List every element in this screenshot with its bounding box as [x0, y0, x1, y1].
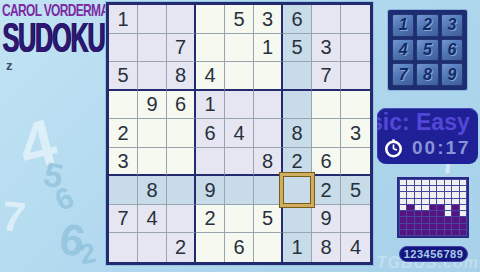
histogram-cell: [407, 199, 413, 204]
logo-title-text: SUDOKU: [2, 18, 66, 57]
histogram-cell: [445, 180, 451, 185]
sudoku-cell[interactable]: 6: [167, 91, 196, 120]
status-panel: sic: Easy 00:17: [377, 108, 478, 164]
sudoku-cell[interactable]: [138, 119, 167, 148]
sudoku-cell[interactable]: 6: [196, 119, 225, 148]
sudoku-cell[interactable]: 1: [109, 5, 138, 34]
histogram-cell: [415, 205, 421, 210]
sudoku-cell[interactable]: 1: [196, 91, 225, 120]
cursor-cell[interactable]: [283, 176, 312, 205]
keypad-button-7[interactable]: 7: [392, 63, 414, 86]
sudoku-cell[interactable]: [138, 62, 167, 91]
difficulty-label: sic: Easy: [377, 109, 470, 136]
histogram-cell: [437, 192, 443, 197]
histogram-cell: [430, 186, 436, 191]
sudoku-cell[interactable]: 4: [341, 233, 370, 262]
histogram-cell: [430, 224, 436, 229]
sudoku-cell[interactable]: 5: [283, 34, 312, 63]
sudoku-cell[interactable]: 8: [167, 62, 196, 91]
sudoku-cell[interactable]: [138, 233, 167, 262]
histogram-cell: [445, 192, 451, 197]
sudoku-cell[interactable]: 9: [196, 176, 225, 205]
keypad-button-9[interactable]: 9: [441, 63, 463, 86]
sudoku-cell[interactable]: [254, 176, 283, 205]
histogram-cell: [452, 199, 458, 204]
keypad-button-3[interactable]: 3: [441, 14, 463, 37]
sudoku-cell[interactable]: [138, 148, 167, 177]
sudoku-cell[interactable]: [341, 148, 370, 177]
sudoku-cell[interactable]: 8: [312, 233, 341, 262]
sudoku-cell[interactable]: [254, 62, 283, 91]
histogram-cell: [437, 211, 443, 216]
histogram-digit-labels: 123456789: [399, 246, 468, 262]
sudoku-cell[interactable]: 4: [225, 119, 254, 148]
histogram-cell: [415, 217, 421, 222]
sudoku-cell[interactable]: [109, 34, 138, 63]
number-keypad: 123456789: [387, 9, 468, 91]
sudoku-cell[interactable]: 7: [312, 62, 341, 91]
histogram-cell: [407, 180, 413, 185]
sudoku-cell[interactable]: [167, 119, 196, 148]
histogram-cell: [407, 217, 413, 222]
histogram-cell: [460, 205, 466, 210]
sudoku-cell[interactable]: 5: [109, 62, 138, 91]
sudoku-cell[interactable]: 1: [254, 34, 283, 63]
histogram-cell: [415, 230, 421, 235]
histogram-cell: [415, 180, 421, 185]
sudoku-cell[interactable]: 4: [138, 205, 167, 234]
sudoku-cell[interactable]: [283, 205, 312, 234]
sudoku-cell[interactable]: 8: [283, 119, 312, 148]
histogram-cell: [445, 199, 451, 204]
histogram-cell: [452, 230, 458, 235]
histogram-cell: [437, 199, 443, 204]
histogram-cell: [460, 224, 466, 229]
histogram-cell: [437, 217, 443, 222]
histogram-cell: [400, 192, 406, 197]
histogram-cell: [452, 217, 458, 222]
histogram-cell: [422, 199, 428, 204]
histogram-cell: [415, 224, 421, 229]
sudoku-cell[interactable]: [254, 233, 283, 262]
histogram-cell: [415, 186, 421, 191]
sudoku-cell[interactable]: 6: [225, 233, 254, 262]
game-screen: 45676297 CAROL VORDERMAN'S SUDOKU z 1536…: [0, 0, 480, 272]
histogram-cell: [407, 192, 413, 197]
histogram-cell: [445, 224, 451, 229]
histogram-cell: [400, 180, 406, 185]
sudoku-cell[interactable]: [341, 34, 370, 63]
sudoku-cell[interactable]: 4: [196, 62, 225, 91]
histogram-cell: [422, 186, 428, 191]
sudoku-cell[interactable]: 1: [283, 233, 312, 262]
sudoku-cell[interactable]: 9: [138, 91, 167, 120]
sudoku-cell[interactable]: [109, 91, 138, 120]
sudoku-cell[interactable]: [109, 233, 138, 262]
sudoku-cell[interactable]: [312, 119, 341, 148]
sudoku-cell[interactable]: [196, 34, 225, 63]
sudoku-cell[interactable]: 5: [341, 176, 370, 205]
sudoku-cell[interactable]: [167, 5, 196, 34]
background-digit-watermark: 2: [77, 239, 98, 270]
sudoku-cell[interactable]: [341, 91, 370, 120]
histogram-cell: [460, 180, 466, 185]
sudoku-cell[interactable]: 6: [312, 148, 341, 177]
histogram-cell: [430, 211, 436, 216]
sudoku-cell[interactable]: [167, 176, 196, 205]
keypad-button-8[interactable]: 8: [416, 63, 438, 86]
histogram-cell: [422, 224, 428, 229]
histogram-cell: [400, 199, 406, 204]
histogram-cell: [437, 180, 443, 185]
sudoku-cell[interactable]: [283, 91, 312, 120]
sudoku-cell[interactable]: [138, 34, 167, 63]
sudoku-cell[interactable]: [225, 148, 254, 177]
histogram-cell: [422, 192, 428, 197]
histogram-cell: [400, 230, 406, 235]
keypad-button-4[interactable]: 4: [392, 39, 414, 62]
histogram-cell: [460, 192, 466, 197]
sudoku-cell[interactable]: [167, 205, 196, 234]
histogram-cell: [407, 230, 413, 235]
histogram-cell: [452, 224, 458, 229]
histogram-cell: [407, 211, 413, 216]
sudoku-cell[interactable]: 7: [167, 34, 196, 63]
histogram-cell: [445, 205, 451, 210]
histogram-cell: [400, 186, 406, 191]
background-digit-watermark: 6: [51, 182, 78, 216]
sudoku-cell[interactable]: 3: [312, 34, 341, 63]
clock-icon: [384, 139, 403, 158]
sleep-indicator: z: [6, 58, 13, 73]
histogram-cell: [430, 230, 436, 235]
histogram-cell: [430, 180, 436, 185]
sudoku-cell[interactable]: 2: [283, 148, 312, 177]
histogram-cell: [407, 224, 413, 229]
histogram-cell: [430, 192, 436, 197]
keypad-button-1[interactable]: 1: [392, 14, 414, 37]
histogram-cell: [430, 217, 436, 222]
histogram-cell: [460, 186, 466, 191]
sudoku-cell[interactable]: [225, 176, 254, 205]
sudoku-cell[interactable]: [254, 119, 283, 148]
sudoku-cell[interactable]: 2: [109, 119, 138, 148]
digit-histogram: [397, 177, 469, 238]
keypad-button-5[interactable]: 5: [416, 39, 438, 62]
histogram-cell: [452, 205, 458, 210]
histogram-cell: [407, 205, 413, 210]
histogram-cell: [445, 217, 451, 222]
background-digit-watermark: 7: [0, 195, 27, 239]
histogram-cell: [415, 211, 421, 216]
sudoku-cell[interactable]: 5: [225, 5, 254, 34]
histogram-cell: [452, 186, 458, 191]
keypad-button-2[interactable]: 2: [416, 14, 438, 37]
histogram-cell: [460, 199, 466, 204]
sudoku-cell[interactable]: 3: [109, 148, 138, 177]
sudoku-cell[interactable]: 3: [254, 5, 283, 34]
histogram-cell: [437, 205, 443, 210]
sudoku-cell[interactable]: [196, 148, 225, 177]
histogram-cell: [437, 230, 443, 235]
histogram-cell: [422, 205, 428, 210]
sudoku-cell[interactable]: [341, 62, 370, 91]
sudoku-cell[interactable]: [196, 233, 225, 262]
elapsed-time: 00:17: [412, 137, 471, 159]
histogram-cell: [445, 186, 451, 191]
histogram-cell: [445, 230, 451, 235]
histogram-cell: [422, 180, 428, 185]
sudoku-cell[interactable]: 3: [341, 119, 370, 148]
game-logo: CAROL VORDERMAN'S SUDOKU: [2, 1, 108, 57]
histogram-cell: [422, 211, 428, 216]
histogram-cell: [430, 199, 436, 204]
sudoku-cell[interactable]: 2: [167, 233, 196, 262]
sudoku-cell[interactable]: 5: [254, 205, 283, 234]
sudoku-cell[interactable]: [225, 205, 254, 234]
histogram-cell: [415, 199, 421, 204]
sudoku-cell[interactable]: 2: [312, 176, 341, 205]
histogram-cell: [407, 186, 413, 191]
sudoku-cell[interactable]: [109, 176, 138, 205]
sudoku-cell[interactable]: [254, 91, 283, 120]
histogram-cell: [400, 217, 406, 222]
sudoku-cell[interactable]: [312, 91, 341, 120]
sudoku-cell[interactable]: [312, 5, 341, 34]
sudoku-cell[interactable]: [138, 5, 167, 34]
sudoku-cell[interactable]: 7: [109, 205, 138, 234]
histogram-cell: [460, 211, 466, 216]
histogram-cell: [445, 211, 451, 216]
histogram-cell: [400, 205, 406, 210]
histogram-cell: [400, 211, 406, 216]
sudoku-cell[interactable]: [341, 5, 370, 34]
histogram-cell: [460, 217, 466, 222]
sudoku-cell[interactable]: [167, 148, 196, 177]
sudoku-cell[interactable]: 8: [138, 176, 167, 205]
histogram-cell: [430, 205, 436, 210]
histogram-cell: [422, 217, 428, 222]
histogram-cell: [437, 224, 443, 229]
histogram-cell: [415, 192, 421, 197]
sudoku-cell[interactable]: [283, 62, 312, 91]
histogram-cell: [400, 224, 406, 229]
sudoku-cell[interactable]: [196, 5, 225, 34]
keypad-button-6[interactable]: 6: [441, 39, 463, 62]
sudoku-cell[interactable]: 9: [312, 205, 341, 234]
histogram-cell: [452, 180, 458, 185]
sudoku-board: 15367153584796126483382689257425926184: [106, 2, 373, 265]
histogram-cell: [422, 230, 428, 235]
sudoku-cell[interactable]: 2: [196, 205, 225, 234]
histogram-cell: [437, 186, 443, 191]
histogram-cell: [460, 230, 466, 235]
sudoku-cell[interactable]: [225, 62, 254, 91]
sudoku-cell[interactable]: [225, 34, 254, 63]
sudoku-cell[interactable]: 8: [254, 148, 283, 177]
histogram-cell: [452, 211, 458, 216]
sudoku-cell[interactable]: [225, 91, 254, 120]
timer-row: 00:17: [384, 137, 471, 159]
histogram-cell: [452, 192, 458, 197]
sudoku-cell[interactable]: 6: [283, 5, 312, 34]
sudoku-cell[interactable]: [341, 205, 370, 234]
